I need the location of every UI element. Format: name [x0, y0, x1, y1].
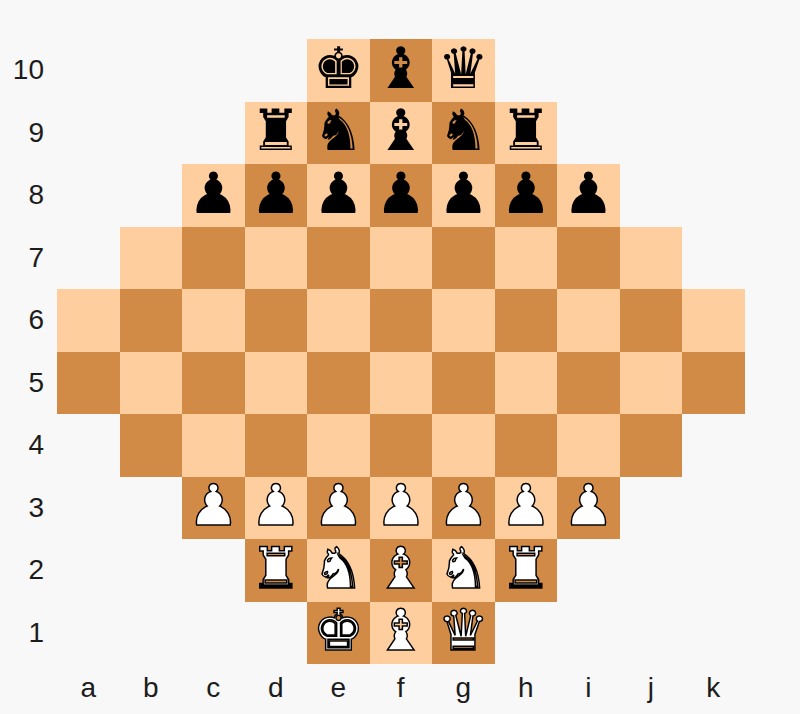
file-label-j: j — [620, 668, 683, 708]
square-e4[interactable] — [307, 414, 370, 477]
white-pawn-i3[interactable]: ♟ — [563, 477, 614, 534]
square-e8[interactable]: ♟ — [307, 164, 370, 227]
square-a6[interactable] — [57, 289, 120, 352]
square-g9[interactable]: ♞ — [432, 102, 495, 165]
square-f9[interactable]: ♝ — [370, 102, 433, 165]
square-g6[interactable] — [432, 289, 495, 352]
white-bishop-f2[interactable]: ♝ — [375, 540, 426, 597]
file-label-g: g — [432, 668, 495, 708]
square-g3[interactable]: ♟ — [432, 477, 495, 540]
square-h9[interactable]: ♜ — [495, 102, 558, 165]
square-f4[interactable] — [370, 414, 433, 477]
square-f3[interactable]: ♟ — [370, 477, 433, 540]
square-d7[interactable] — [245, 227, 308, 290]
square-f2[interactable]: ♝ — [370, 539, 433, 602]
white-pawn-c3[interactable]: ♟ — [188, 477, 239, 534]
rank-label-9: 9 — [0, 102, 44, 165]
white-pawn-d3[interactable]: ♟ — [250, 477, 301, 534]
square-a5[interactable] — [57, 352, 120, 415]
file-label-d: d — [245, 668, 308, 708]
white-king-e1[interactable]: ♚ — [313, 602, 364, 659]
black-pawn-i8[interactable]: ♟ — [563, 165, 614, 222]
square-i3[interactable]: ♟ — [557, 477, 620, 540]
square-c4[interactable] — [182, 414, 245, 477]
square-i4[interactable] — [557, 414, 620, 477]
black-king-e10[interactable]: ♚ — [313, 40, 364, 97]
square-f6[interactable] — [370, 289, 433, 352]
square-i6[interactable] — [557, 289, 620, 352]
white-pawn-h3[interactable]: ♟ — [500, 477, 551, 534]
square-f1[interactable]: ♝ — [370, 602, 433, 665]
square-g1[interactable]: ♛ — [432, 602, 495, 665]
black-knight-e9[interactable]: ♞ — [313, 102, 364, 159]
square-g7[interactable] — [432, 227, 495, 290]
file-label-f: f — [370, 668, 433, 708]
square-j4[interactable] — [620, 414, 683, 477]
rank-label-10: 10 — [0, 39, 44, 102]
file-label-i: i — [557, 668, 620, 708]
white-knight-e2[interactable]: ♞ — [313, 540, 364, 597]
rank-label-4: 4 — [0, 414, 44, 477]
square-f8[interactable]: ♟ — [370, 164, 433, 227]
file-label-b: b — [120, 668, 183, 708]
file-labels: abcdefghijk — [57, 668, 745, 708]
rank-label-3: 3 — [0, 477, 44, 540]
square-d5[interactable] — [245, 352, 308, 415]
square-b5[interactable] — [120, 352, 183, 415]
white-pawn-f3[interactable]: ♟ — [375, 477, 426, 534]
rank-label-8: 8 — [0, 164, 44, 227]
file-label-k: k — [682, 668, 745, 708]
square-j6[interactable] — [620, 289, 683, 352]
square-h6[interactable] — [495, 289, 558, 352]
square-d3[interactable]: ♟ — [245, 477, 308, 540]
chess-board: ♚♝♛♜♞♝♞♜♟♟♟♟♟♟♟♟♟♟♟♟♟♟♜♞♝♞♜♚♝♛ — [57, 39, 745, 664]
black-knight-g9[interactable]: ♞ — [438, 102, 489, 159]
black-pawn-g8[interactable]: ♟ — [438, 165, 489, 222]
square-b6[interactable] — [120, 289, 183, 352]
square-f10[interactable]: ♝ — [370, 39, 433, 102]
square-g8[interactable]: ♟ — [432, 164, 495, 227]
square-e3[interactable]: ♟ — [307, 477, 370, 540]
square-j5[interactable] — [620, 352, 683, 415]
square-i7[interactable] — [557, 227, 620, 290]
black-bishop-f10[interactable]: ♝ — [375, 40, 426, 97]
black-queen-g10[interactable]: ♛ — [438, 40, 489, 97]
square-h7[interactable] — [495, 227, 558, 290]
square-e2[interactable]: ♞ — [307, 539, 370, 602]
square-d2[interactable]: ♜ — [245, 539, 308, 602]
black-bishop-f9[interactable]: ♝ — [375, 102, 426, 159]
square-h4[interactable] — [495, 414, 558, 477]
square-c7[interactable] — [182, 227, 245, 290]
square-j7[interactable] — [620, 227, 683, 290]
rank-label-2: 2 — [0, 539, 44, 602]
rank-label-7: 7 — [0, 227, 44, 290]
black-pawn-h8[interactable]: ♟ — [500, 165, 551, 222]
square-c5[interactable] — [182, 352, 245, 415]
white-rook-d2[interactable]: ♜ — [250, 540, 301, 597]
square-e1[interactable]: ♚ — [307, 602, 370, 665]
square-i8[interactable]: ♟ — [557, 164, 620, 227]
square-b7[interactable] — [120, 227, 183, 290]
white-rook-h2[interactable]: ♜ — [500, 540, 551, 597]
square-g4[interactable] — [432, 414, 495, 477]
square-c6[interactable] — [182, 289, 245, 352]
white-pawn-g3[interactable]: ♟ — [438, 477, 489, 534]
file-label-e: e — [307, 668, 370, 708]
square-h2[interactable]: ♜ — [495, 539, 558, 602]
board-stage: 10987654321 ♚♝♛♜♞♝♞♜♟♟♟♟♟♟♟♟♟♟♟♟♟♟♜♞♝♞♜♚… — [0, 0, 800, 714]
white-bishop-f1[interactable]: ♝ — [375, 602, 426, 659]
square-g10[interactable]: ♛ — [432, 39, 495, 102]
square-e7[interactable] — [307, 227, 370, 290]
square-e10[interactable]: ♚ — [307, 39, 370, 102]
square-c3[interactable]: ♟ — [182, 477, 245, 540]
rank-label-1: 1 — [0, 602, 44, 665]
square-f5[interactable] — [370, 352, 433, 415]
white-pawn-e3[interactable]: ♟ — [313, 477, 364, 534]
square-g5[interactable] — [432, 352, 495, 415]
file-label-a: a — [57, 668, 120, 708]
square-d8[interactable]: ♟ — [245, 164, 308, 227]
square-g2[interactable]: ♞ — [432, 539, 495, 602]
black-pawn-c8[interactable]: ♟ — [188, 165, 239, 222]
black-rook-h9[interactable]: ♜ — [500, 102, 551, 159]
file-label-h: h — [495, 668, 558, 708]
square-d4[interactable] — [245, 414, 308, 477]
square-h8[interactable]: ♟ — [495, 164, 558, 227]
rank-label-5: 5 — [0, 352, 44, 415]
square-d6[interactable] — [245, 289, 308, 352]
black-pawn-d8[interactable]: ♟ — [250, 165, 301, 222]
square-h3[interactable]: ♟ — [495, 477, 558, 540]
square-e6[interactable] — [307, 289, 370, 352]
file-label-c: c — [182, 668, 245, 708]
square-e5[interactable] — [307, 352, 370, 415]
black-pawn-f8[interactable]: ♟ — [375, 165, 426, 222]
square-f7[interactable] — [370, 227, 433, 290]
black-pawn-e8[interactable]: ♟ — [313, 165, 364, 222]
square-i5[interactable] — [557, 352, 620, 415]
white-queen-g1[interactable]: ♛ — [438, 602, 489, 659]
black-rook-d9[interactable]: ♜ — [250, 102, 301, 159]
square-b4[interactable] — [120, 414, 183, 477]
square-e9[interactable]: ♞ — [307, 102, 370, 165]
white-knight-g2[interactable]: ♞ — [438, 540, 489, 597]
square-d9[interactable]: ♜ — [245, 102, 308, 165]
square-k5[interactable] — [682, 352, 745, 415]
square-h5[interactable] — [495, 352, 558, 415]
square-k6[interactable] — [682, 289, 745, 352]
rank-label-6: 6 — [0, 289, 44, 352]
square-c8[interactable]: ♟ — [182, 164, 245, 227]
